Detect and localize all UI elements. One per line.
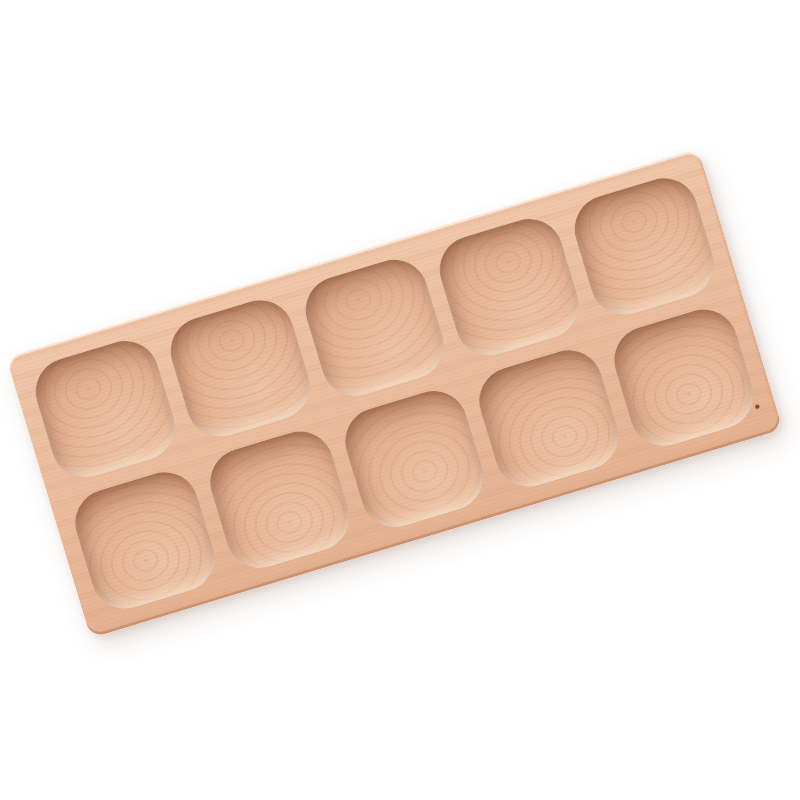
pit-r2-c4[interactable] [471, 342, 627, 495]
pit-r2-c3[interactable] [336, 383, 492, 536]
pit-r1-c1[interactable] [27, 333, 183, 486]
pit-r1-c3[interactable] [297, 251, 453, 404]
pit-r1-c2[interactable] [162, 292, 318, 445]
pit-r2-c2[interactable] [202, 423, 358, 576]
pit-r1-c5[interactable] [566, 170, 722, 323]
pit-r1-c4[interactable] [432, 211, 588, 364]
mancala-board [6, 149, 783, 638]
pit-r2-c1[interactable] [67, 464, 223, 617]
photo-background [0, 0, 800, 800]
pit-grid [6, 149, 783, 638]
pit-r2-c5[interactable] [606, 301, 762, 454]
